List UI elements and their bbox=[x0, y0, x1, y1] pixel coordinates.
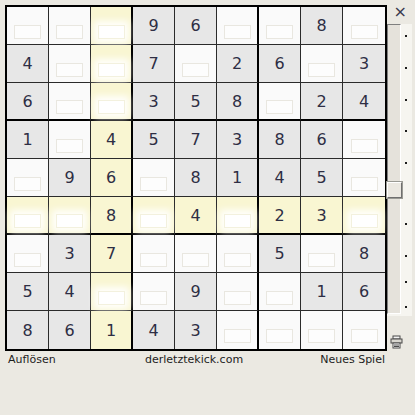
cell-r7c4 bbox=[133, 235, 175, 273]
cell-input-r1c1[interactable] bbox=[14, 25, 41, 39]
cell-r1c9 bbox=[343, 7, 385, 45]
cell-r6c4 bbox=[133, 197, 175, 235]
cell-input-r1c3[interactable] bbox=[98, 25, 125, 39]
cell-r1c8: 8 bbox=[301, 7, 343, 45]
cell-r8c9: 6 bbox=[343, 273, 385, 311]
cell-input-r1c7[interactable] bbox=[266, 25, 293, 39]
cell-r2c6: 2 bbox=[217, 45, 259, 83]
cell-r2c3 bbox=[91, 45, 133, 83]
cell-input-r6c6[interactable] bbox=[224, 214, 251, 228]
cell-r3c4: 3 bbox=[133, 83, 175, 121]
cell-r8c1: 5 bbox=[7, 273, 49, 311]
cell-r3c6: 8 bbox=[217, 83, 259, 121]
cell-input-r4c2[interactable] bbox=[56, 139, 83, 153]
cell-r9c6 bbox=[217, 311, 259, 349]
cell-r4c9 bbox=[343, 121, 385, 159]
cell-r3c8: 2 bbox=[301, 83, 343, 121]
slider-tick bbox=[405, 306, 407, 308]
cell-input-r9c9[interactable] bbox=[351, 329, 378, 343]
cell-r7c2: 3 bbox=[49, 235, 91, 273]
cell-input-r7c8[interactable] bbox=[308, 253, 335, 267]
cell-r5c7: 4 bbox=[259, 159, 301, 197]
slider-tick bbox=[405, 67, 407, 69]
site-link[interactable]: derletztekick.com bbox=[145, 353, 243, 366]
cell-input-r7c5[interactable] bbox=[182, 253, 209, 267]
cell-input-r9c6[interactable] bbox=[224, 329, 251, 343]
cell-input-r3c7[interactable] bbox=[266, 100, 293, 114]
close-icon[interactable]: × bbox=[394, 5, 407, 19]
cell-input-r5c4[interactable] bbox=[140, 177, 167, 191]
cell-r2c2 bbox=[49, 45, 91, 83]
cell-r6c7: 2 bbox=[259, 197, 301, 235]
cell-r9c4: 4 bbox=[133, 311, 175, 349]
slider-tick bbox=[405, 281, 407, 283]
cell-r6c9 bbox=[343, 197, 385, 235]
slider-tick bbox=[405, 162, 407, 164]
cell-input-r2c2[interactable] bbox=[56, 63, 83, 77]
cell-r4c5: 7 bbox=[175, 121, 217, 159]
cell-r1c7 bbox=[259, 7, 301, 45]
cell-input-r5c1[interactable] bbox=[14, 177, 41, 191]
cell-r3c7 bbox=[259, 83, 301, 121]
cell-r4c3: 4 bbox=[91, 121, 133, 159]
cell-r4c4: 5 bbox=[133, 121, 175, 159]
slider-track[interactable] bbox=[387, 24, 401, 314]
cell-r5c3: 6 bbox=[91, 159, 133, 197]
new-game-link[interactable]: Neues Spiel bbox=[320, 353, 385, 366]
sudoku-board: 9684726363582414573869681458423375854916… bbox=[5, 5, 387, 351]
cell-input-r1c2[interactable] bbox=[56, 25, 83, 39]
cell-input-r2c8[interactable] bbox=[308, 63, 335, 77]
cell-input-r6c2[interactable] bbox=[56, 214, 83, 228]
cell-input-r6c4[interactable] bbox=[140, 214, 167, 228]
cell-r9c1: 8 bbox=[7, 311, 49, 349]
cell-r6c5: 4 bbox=[175, 197, 217, 235]
cell-r9c9 bbox=[343, 311, 385, 349]
cell-r5c1 bbox=[7, 159, 49, 197]
cell-r8c7 bbox=[259, 273, 301, 311]
cell-r1c3 bbox=[91, 7, 133, 45]
solve-link[interactable]: Auflösen bbox=[8, 353, 56, 366]
cell-input-r8c3[interactable] bbox=[98, 291, 125, 305]
cell-r5c6: 1 bbox=[217, 159, 259, 197]
cell-r3c3 bbox=[91, 83, 133, 121]
cell-r3c9: 4 bbox=[343, 83, 385, 121]
cell-r7c9: 8 bbox=[343, 235, 385, 273]
cell-r1c6 bbox=[217, 7, 259, 45]
cell-r8c6 bbox=[217, 273, 259, 311]
cell-input-r4c9[interactable] bbox=[351, 139, 378, 153]
cell-r1c4: 9 bbox=[133, 7, 175, 45]
cell-r9c5: 3 bbox=[175, 311, 217, 349]
cell-r2c4: 7 bbox=[133, 45, 175, 83]
cell-r6c6 bbox=[217, 197, 259, 235]
cell-input-r7c4[interactable] bbox=[140, 253, 167, 267]
zoom-slider bbox=[387, 24, 412, 316]
cell-r5c8: 5 bbox=[301, 159, 343, 197]
cell-r6c1 bbox=[7, 197, 49, 235]
cell-r2c9: 3 bbox=[343, 45, 385, 83]
cell-r8c2: 4 bbox=[49, 273, 91, 311]
cell-input-r1c9[interactable] bbox=[351, 25, 378, 39]
cell-r4c2 bbox=[49, 121, 91, 159]
slider-tick bbox=[405, 255, 407, 257]
cell-r1c2 bbox=[49, 7, 91, 45]
cell-r6c3: 8 bbox=[91, 197, 133, 235]
cell-r7c6 bbox=[217, 235, 259, 273]
cell-r3c1: 6 bbox=[7, 83, 49, 121]
cell-r1c5: 6 bbox=[175, 7, 217, 45]
cell-r5c2: 9 bbox=[49, 159, 91, 197]
cell-r5c4 bbox=[133, 159, 175, 197]
cell-input-r6c1[interactable] bbox=[14, 214, 41, 228]
slider-tick bbox=[405, 35, 407, 37]
cell-input-r8c7[interactable] bbox=[266, 291, 293, 305]
slider-tick bbox=[405, 130, 407, 132]
sudoku-page: { "game": "sudoku", "board": { "rows": 9… bbox=[0, 0, 415, 415]
cell-input-r1c6[interactable] bbox=[224, 25, 251, 39]
cell-r5c5: 8 bbox=[175, 159, 217, 197]
cell-input-r6c9[interactable] bbox=[351, 214, 378, 228]
cell-r2c5 bbox=[175, 45, 217, 83]
cell-input-r2c3[interactable] bbox=[98, 63, 125, 77]
cell-r2c7: 6 bbox=[259, 45, 301, 83]
cell-r7c8 bbox=[301, 235, 343, 273]
cell-r9c8 bbox=[301, 311, 343, 349]
cell-input-r3c2[interactable] bbox=[56, 100, 83, 114]
cell-r1c1 bbox=[7, 7, 49, 45]
slider-thumb[interactable] bbox=[387, 182, 402, 198]
cell-r9c3: 1 bbox=[91, 311, 133, 349]
cell-input-r7c1[interactable] bbox=[14, 253, 41, 267]
cell-r4c7: 8 bbox=[259, 121, 301, 159]
cell-r7c1 bbox=[7, 235, 49, 273]
cell-r6c8: 3 bbox=[301, 197, 343, 235]
cell-r8c5: 9 bbox=[175, 273, 217, 311]
cell-r8c8: 1 bbox=[301, 273, 343, 311]
cell-r9c2: 6 bbox=[49, 311, 91, 349]
cell-r2c8 bbox=[301, 45, 343, 83]
cell-r7c5 bbox=[175, 235, 217, 273]
cell-r4c1: 1 bbox=[7, 121, 49, 159]
cell-r7c3: 7 bbox=[91, 235, 133, 273]
cell-r9c7 bbox=[259, 311, 301, 349]
print-icon[interactable] bbox=[389, 334, 404, 348]
cell-input-r7c6[interactable] bbox=[224, 253, 251, 267]
cell-r3c5: 5 bbox=[175, 83, 217, 121]
cell-r8c3 bbox=[91, 273, 133, 311]
cell-r5c9 bbox=[343, 159, 385, 197]
cell-r2c1: 4 bbox=[7, 45, 49, 83]
cell-r6c2 bbox=[49, 197, 91, 235]
cell-r3c2 bbox=[49, 83, 91, 121]
cell-r4c8: 6 bbox=[301, 121, 343, 159]
cell-input-r9c8[interactable] bbox=[308, 329, 335, 343]
cell-r8c4 bbox=[133, 273, 175, 311]
cell-input-r3c3[interactable] bbox=[98, 100, 125, 114]
cell-input-r2c5[interactable] bbox=[182, 63, 209, 77]
cell-input-r5c9[interactable] bbox=[351, 177, 378, 191]
slider-tick bbox=[405, 99, 407, 101]
cell-input-r8c6[interactable] bbox=[224, 291, 251, 305]
cell-input-r9c7[interactable] bbox=[266, 329, 293, 343]
cell-r4c6: 3 bbox=[217, 121, 259, 159]
slider-tick bbox=[405, 223, 407, 225]
cell-input-r8c4[interactable] bbox=[140, 291, 167, 305]
cell-r7c7: 5 bbox=[259, 235, 301, 273]
